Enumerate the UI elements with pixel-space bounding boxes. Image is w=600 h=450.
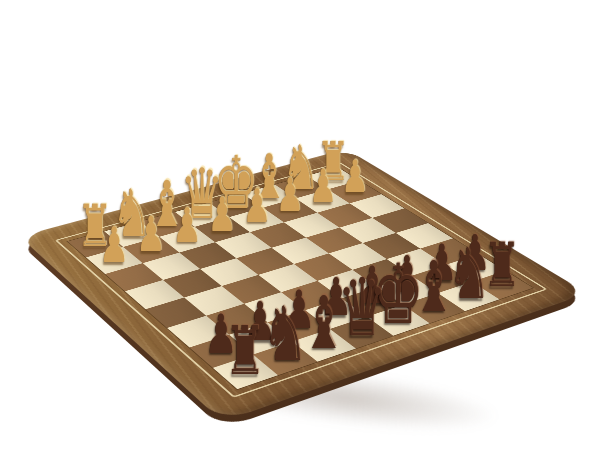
chess-set-photo: ♜♞♝♛♚♝♞♜♟♟♟♟♟♟♟♟♟♟♟♟♟♟♟♟♜♞♝♛♚♝♞♜ — [0, 0, 600, 450]
